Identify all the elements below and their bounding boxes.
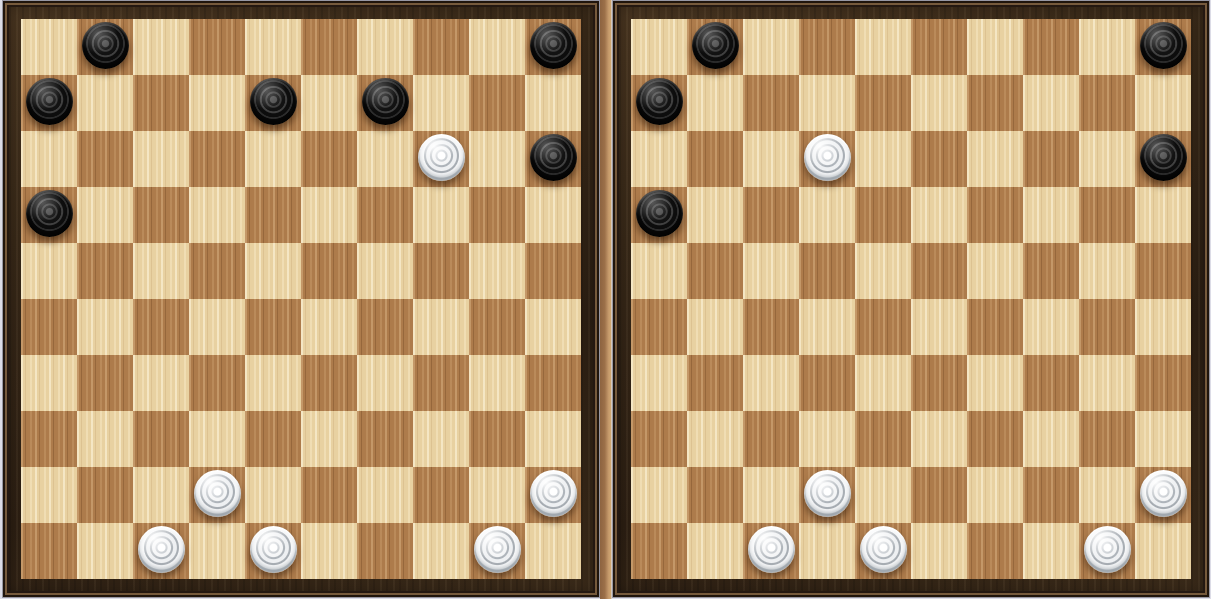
dark-square[interactable] [911, 131, 967, 187]
dark-square[interactable] [469, 187, 525, 243]
light-square [1023, 299, 1079, 355]
light-square [1135, 411, 1191, 467]
light-square [1023, 75, 1079, 131]
black-checker-piece[interactable] [26, 78, 73, 125]
light-square [911, 411, 967, 467]
black-checker-piece[interactable] [530, 134, 577, 181]
light-square [133, 131, 189, 187]
white-checker-piece[interactable] [1084, 526, 1131, 573]
dark-square[interactable] [743, 187, 799, 243]
light-square [1079, 19, 1135, 75]
light-square [799, 75, 855, 131]
light-square [413, 187, 469, 243]
dark-square[interactable] [469, 411, 525, 467]
dark-square[interactable] [1079, 75, 1135, 131]
right-board-grid [631, 19, 1191, 579]
white-checker-piece[interactable] [1140, 470, 1187, 517]
black-checker-piece[interactable] [530, 22, 577, 69]
light-square [413, 523, 469, 579]
light-square [301, 187, 357, 243]
light-square [631, 355, 687, 411]
dark-square[interactable] [133, 411, 189, 467]
light-square [687, 523, 743, 579]
dark-square[interactable] [469, 299, 525, 355]
light-square [687, 187, 743, 243]
dark-square[interactable] [189, 131, 245, 187]
dark-square[interactable] [357, 523, 413, 579]
dark-square[interactable] [967, 75, 1023, 131]
light-square [1135, 75, 1191, 131]
right-checkers-board [612, 0, 1210, 598]
light-square [469, 19, 525, 75]
light-square [967, 243, 1023, 299]
dark-square[interactable] [911, 19, 967, 75]
left-board-grid [21, 19, 581, 579]
dark-square[interactable] [743, 411, 799, 467]
dark-square[interactable] [21, 411, 77, 467]
light-square [1023, 187, 1079, 243]
dark-square[interactable] [855, 299, 911, 355]
dark-square[interactable] [1023, 19, 1079, 75]
light-square [245, 19, 301, 75]
light-square [799, 411, 855, 467]
light-square [743, 131, 799, 187]
dark-square[interactable] [967, 523, 1023, 579]
light-square [77, 411, 133, 467]
light-square [525, 75, 581, 131]
white-checker-piece[interactable] [474, 526, 521, 573]
light-square [1135, 299, 1191, 355]
dark-square[interactable] [245, 411, 301, 467]
dark-square[interactable] [967, 187, 1023, 243]
light-square [357, 243, 413, 299]
light-square [855, 467, 911, 523]
white-checker-piece[interactable] [804, 470, 851, 517]
white-checker-piece[interactable] [804, 134, 851, 181]
light-square [21, 467, 77, 523]
dark-square[interactable] [743, 299, 799, 355]
dark-square[interactable] [799, 355, 855, 411]
light-square [743, 467, 799, 523]
white-checker-piece[interactable] [194, 470, 241, 517]
dark-square[interactable] [133, 75, 189, 131]
dark-square[interactable] [1023, 467, 1079, 523]
dark-square[interactable] [855, 411, 911, 467]
dark-square[interactable] [855, 75, 911, 131]
light-square [77, 523, 133, 579]
light-square [413, 411, 469, 467]
light-square [911, 75, 967, 131]
dark-square[interactable] [301, 243, 357, 299]
dark-square[interactable] [413, 467, 469, 523]
light-square [631, 19, 687, 75]
light-square [799, 187, 855, 243]
light-square [189, 523, 245, 579]
black-checker-piece[interactable] [82, 22, 129, 69]
light-square [967, 467, 1023, 523]
light-square [469, 355, 525, 411]
black-checker-piece[interactable] [636, 78, 683, 125]
dark-square[interactable] [911, 467, 967, 523]
dark-square[interactable] [1079, 299, 1135, 355]
light-square [133, 355, 189, 411]
dark-square[interactable] [1079, 411, 1135, 467]
light-square [77, 187, 133, 243]
light-square [189, 299, 245, 355]
light-square [855, 131, 911, 187]
light-square [967, 131, 1023, 187]
light-square [245, 355, 301, 411]
light-square [1135, 523, 1191, 579]
dark-square[interactable] [413, 355, 469, 411]
dark-square[interactable] [1135, 355, 1191, 411]
white-checker-piece[interactable] [418, 134, 465, 181]
dark-square[interactable] [687, 355, 743, 411]
dark-square[interactable] [189, 355, 245, 411]
light-square [245, 131, 301, 187]
dark-square[interactable] [301, 19, 357, 75]
light-square [631, 131, 687, 187]
light-square [301, 75, 357, 131]
dark-square[interactable] [413, 19, 469, 75]
light-square [357, 19, 413, 75]
light-square [525, 523, 581, 579]
white-checker-piece[interactable] [860, 526, 907, 573]
dark-square[interactable] [799, 243, 855, 299]
light-square [525, 411, 581, 467]
dark-square[interactable] [77, 243, 133, 299]
dark-square[interactable] [687, 131, 743, 187]
light-square [687, 75, 743, 131]
light-square [413, 75, 469, 131]
dark-square[interactable] [77, 131, 133, 187]
light-square [21, 19, 77, 75]
light-square [301, 299, 357, 355]
dark-square[interactable] [357, 187, 413, 243]
black-checker-piece[interactable] [1140, 134, 1187, 181]
light-square [1023, 523, 1079, 579]
light-square [743, 355, 799, 411]
light-square [469, 243, 525, 299]
dark-square[interactable] [413, 243, 469, 299]
dark-square[interactable] [1135, 243, 1191, 299]
dark-square[interactable] [743, 75, 799, 131]
dark-square[interactable] [967, 411, 1023, 467]
light-square [855, 19, 911, 75]
dark-square[interactable] [21, 299, 77, 355]
light-square [189, 411, 245, 467]
dark-square[interactable] [799, 19, 855, 75]
dark-square[interactable] [189, 19, 245, 75]
board-divider [600, 0, 612, 599]
light-square [1023, 411, 1079, 467]
light-square [77, 75, 133, 131]
light-square [911, 187, 967, 243]
light-square [21, 243, 77, 299]
light-square [21, 131, 77, 187]
light-square [967, 19, 1023, 75]
dark-square[interactable] [357, 411, 413, 467]
left-checkers-board [2, 0, 600, 598]
light-square [911, 523, 967, 579]
black-checker-piece[interactable] [1140, 22, 1187, 69]
dark-square[interactable] [967, 299, 1023, 355]
light-square [21, 355, 77, 411]
dark-square[interactable] [911, 243, 967, 299]
black-checker-piece[interactable] [692, 22, 739, 69]
dark-square[interactable] [687, 467, 743, 523]
light-square [911, 299, 967, 355]
dark-square[interactable] [189, 243, 245, 299]
black-checker-piece[interactable] [362, 78, 409, 125]
dark-square[interactable] [469, 75, 525, 131]
light-square [133, 243, 189, 299]
light-square [687, 299, 743, 355]
dark-square[interactable] [245, 187, 301, 243]
light-square [631, 243, 687, 299]
light-square [855, 243, 911, 299]
dark-square[interactable] [133, 299, 189, 355]
dark-square[interactable] [133, 187, 189, 243]
white-checker-piece[interactable] [138, 526, 185, 573]
dark-square[interactable] [855, 187, 911, 243]
white-checker-piece[interactable] [530, 470, 577, 517]
light-square [687, 411, 743, 467]
white-checker-piece[interactable] [250, 526, 297, 573]
light-square [743, 19, 799, 75]
dark-square[interactable] [245, 299, 301, 355]
light-square [245, 243, 301, 299]
dark-square[interactable] [301, 355, 357, 411]
black-checker-piece[interactable] [636, 190, 683, 237]
light-square [1079, 243, 1135, 299]
dark-square[interactable] [911, 355, 967, 411]
light-square [525, 187, 581, 243]
dark-square[interactable] [21, 523, 77, 579]
light-square [133, 19, 189, 75]
black-checker-piece[interactable] [250, 78, 297, 125]
light-square [525, 299, 581, 355]
dark-square[interactable] [631, 523, 687, 579]
dark-square[interactable] [631, 299, 687, 355]
dark-square[interactable] [301, 467, 357, 523]
light-square [77, 299, 133, 355]
light-square [469, 131, 525, 187]
light-square [357, 131, 413, 187]
light-square [743, 243, 799, 299]
dark-square[interactable] [1023, 243, 1079, 299]
light-square [855, 355, 911, 411]
light-square [1079, 131, 1135, 187]
light-square [301, 523, 357, 579]
light-square [1079, 355, 1135, 411]
light-square [799, 299, 855, 355]
dark-square[interactable] [687, 243, 743, 299]
light-square [799, 523, 855, 579]
light-square [133, 467, 189, 523]
checkers-double-board-view [0, 0, 1211, 599]
dark-square[interactable] [525, 243, 581, 299]
dark-square[interactable] [77, 355, 133, 411]
light-square [357, 467, 413, 523]
light-square [469, 467, 525, 523]
white-checker-piece[interactable] [748, 526, 795, 573]
light-square [245, 467, 301, 523]
light-square [301, 411, 357, 467]
black-checker-piece[interactable] [26, 190, 73, 237]
light-square [967, 355, 1023, 411]
dark-square[interactable] [77, 467, 133, 523]
light-square [413, 299, 469, 355]
dark-square[interactable] [631, 411, 687, 467]
dark-square[interactable] [301, 131, 357, 187]
dark-square[interactable] [1079, 187, 1135, 243]
light-square [189, 187, 245, 243]
light-square [357, 355, 413, 411]
dark-square[interactable] [1023, 131, 1079, 187]
dark-square[interactable] [525, 355, 581, 411]
dark-square[interactable] [357, 299, 413, 355]
light-square [1079, 467, 1135, 523]
dark-square[interactable] [1023, 355, 1079, 411]
light-square [189, 75, 245, 131]
light-square [631, 467, 687, 523]
light-square [1135, 187, 1191, 243]
